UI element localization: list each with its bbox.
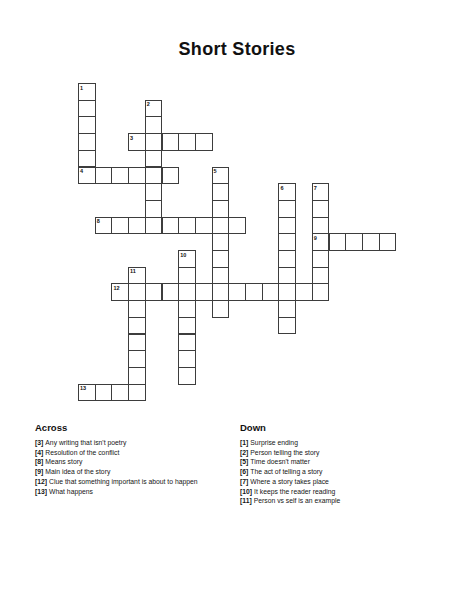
grid-cell[interactable]: [178, 317, 196, 335]
clue-item: [13]What happens: [35, 487, 198, 497]
clue-text: Resolution of the conflict: [45, 449, 119, 456]
clue-item: [1]Surprise ending: [240, 438, 340, 448]
grid-cell[interactable]: [195, 217, 213, 235]
grid-cell[interactable]: 11: [128, 267, 146, 285]
cell-number: 4: [80, 168, 83, 174]
grid-cell[interactable]: [278, 233, 296, 251]
grid-cell[interactable]: [128, 217, 146, 235]
grid-cell[interactable]: [178, 367, 196, 385]
down-clues-section: Down [1]Surprise ending[2]Person telling…: [240, 423, 340, 506]
cell-number: 10: [180, 252, 186, 258]
clue-text: Surprise ending: [250, 439, 298, 446]
grid-cell[interactable]: [195, 133, 213, 151]
grid-cell[interactable]: [145, 200, 163, 218]
cell-number: 9: [314, 235, 317, 241]
grid-cell[interactable]: [128, 350, 146, 368]
clue-number: [3]: [35, 439, 43, 446]
grid-cell[interactable]: [312, 267, 330, 285]
grid-cell[interactable]: [245, 283, 263, 301]
clue-item: [8]Means story: [35, 457, 198, 467]
grid-cell[interactable]: [78, 100, 96, 118]
grid-cell[interactable]: [128, 317, 146, 335]
grid-cell[interactable]: [78, 116, 96, 134]
grid-cell[interactable]: 9: [312, 233, 330, 251]
grid-cell[interactable]: [162, 283, 180, 301]
clue-item: [10]It keeps the reader reading: [240, 487, 340, 497]
grid-cell[interactable]: [145, 183, 163, 201]
clue-item: [9]Main idea of the story: [35, 467, 198, 477]
clue-text: Means story: [45, 458, 82, 465]
clue-text: Person vs self is an example: [254, 497, 341, 504]
grid-cell[interactable]: [295, 283, 313, 301]
grid-cell[interactable]: [212, 250, 230, 268]
grid-cell[interactable]: [178, 133, 196, 151]
grid-cell[interactable]: [111, 217, 129, 235]
grid-cell[interactable]: [262, 283, 280, 301]
grid-cell[interactable]: [312, 283, 330, 301]
clue-text: Person telling the story: [250, 449, 319, 456]
cell-number: 13: [80, 385, 86, 391]
cell-number: 12: [113, 285, 119, 291]
grid-cell[interactable]: 5: [212, 167, 230, 185]
grid-cell[interactable]: [312, 217, 330, 235]
grid-cell[interactable]: [329, 233, 347, 251]
clue-text: Main idea of the story: [45, 468, 110, 475]
clue-text: The act of telling a story: [250, 468, 322, 475]
clue-text: Time doesn't matter: [250, 458, 310, 465]
grid-cell[interactable]: [278, 250, 296, 268]
cell-number: 5: [214, 168, 217, 174]
clue-item: [12]Clue that something important is abo…: [35, 477, 198, 487]
across-header: Across: [35, 423, 198, 433]
grid-cell[interactable]: [212, 200, 230, 218]
clue-number: [13]: [35, 488, 47, 495]
clue-number: [6]: [240, 468, 248, 475]
grid-cell[interactable]: [78, 150, 96, 168]
clue-text: It keeps the reader reading: [254, 488, 335, 495]
grid-cell[interactable]: [128, 334, 146, 352]
cell-number: 8: [97, 218, 100, 224]
clue-number: [2]: [240, 449, 248, 456]
grid-cell[interactable]: [95, 167, 113, 185]
clue-text: What happens: [49, 488, 93, 495]
grid-cell[interactable]: 2: [145, 100, 163, 118]
clue-item: [7]Where a story takes place: [240, 477, 340, 487]
grid-cell[interactable]: [278, 217, 296, 235]
grid-cell[interactable]: [128, 384, 146, 402]
grid-cell[interactable]: [128, 283, 146, 301]
grid-cell[interactable]: [111, 384, 129, 402]
grid-cell[interactable]: [312, 200, 330, 218]
grid-cell[interactable]: [379, 233, 397, 251]
grid-cell[interactable]: [178, 217, 196, 235]
grid-cell[interactable]: [278, 200, 296, 218]
grid-cell[interactable]: 3: [128, 133, 146, 151]
down-header: Down: [240, 423, 340, 433]
clue-number: [10]: [240, 488, 252, 495]
cell-number: 6: [280, 185, 283, 191]
grid-cell[interactable]: [162, 167, 180, 185]
grid-cell[interactable]: [212, 233, 230, 251]
grid-cell[interactable]: 8: [95, 217, 113, 235]
clue-number: [7]: [240, 478, 248, 485]
clue-item: [11]Person vs self is an example: [240, 496, 340, 506]
grid-cell[interactable]: [278, 300, 296, 318]
clue-item: [6]The act of telling a story: [240, 467, 340, 477]
clue-number: [11]: [240, 497, 252, 504]
grid-cell[interactable]: [178, 334, 196, 352]
clue-number: [4]: [35, 449, 43, 456]
across-clue-list: [3]Any writing that isn't poetry[4]Resol…: [35, 438, 198, 496]
down-clue-list: [1]Surprise ending[2]Person telling the …: [240, 438, 340, 506]
across-clues-section: Across [3]Any writing that isn't poetry[…: [35, 423, 198, 496]
clue-item: [3]Any writing that isn't poetry: [35, 438, 198, 448]
grid-cell[interactable]: [78, 133, 96, 151]
cell-number: 7: [314, 185, 317, 191]
grid-cell[interactable]: [145, 133, 163, 151]
grid-cell[interactable]: [228, 217, 246, 235]
clue-item: [5]Time doesn't matter: [240, 457, 340, 467]
grid-cell[interactable]: [128, 167, 146, 185]
clue-number: [5]: [240, 458, 248, 465]
grid-cell[interactable]: [212, 267, 230, 285]
grid-cell[interactable]: 7: [312, 183, 330, 201]
cell-number: 3: [130, 135, 133, 141]
grid-cell[interactable]: [145, 283, 163, 301]
grid-cell[interactable]: 10: [178, 250, 196, 268]
grid-cell[interactable]: [95, 384, 113, 402]
clue-item: [2]Person telling the story: [240, 448, 340, 458]
grid-cell[interactable]: [195, 283, 213, 301]
worksheet-page: Short Stories 12345678910111213 Across […: [0, 0, 474, 613]
grid-cell[interactable]: [212, 300, 230, 318]
cell-number: 2: [147, 101, 150, 107]
grid-cell[interactable]: [212, 217, 230, 235]
grid-cell[interactable]: [178, 283, 196, 301]
grid-cell[interactable]: [278, 267, 296, 285]
grid-cell[interactable]: [145, 167, 163, 185]
clue-number: [12]: [35, 478, 47, 485]
grid-cell[interactable]: [212, 283, 230, 301]
clue-number: [1]: [240, 439, 248, 446]
clue-text: Any writing that isn't poetry: [45, 439, 126, 446]
grid-cell[interactable]: 4: [78, 167, 96, 185]
grid-cell[interactable]: [128, 300, 146, 318]
grid-cell[interactable]: [178, 350, 196, 368]
puzzle-title: Short Stories: [0, 39, 474, 60]
crossword-grid: 12345678910111213: [78, 83, 397, 402]
grid-cell[interactable]: [278, 283, 296, 301]
grid-cell[interactable]: [111, 167, 129, 185]
grid-cell[interactable]: [162, 217, 180, 235]
grid-cell[interactable]: [362, 233, 380, 251]
clue-number: [9]: [35, 468, 43, 475]
cell-number: 1: [80, 85, 83, 91]
grid-cell[interactable]: [178, 300, 196, 318]
grid-cell[interactable]: [178, 267, 196, 285]
grid-cell[interactable]: [212, 183, 230, 201]
grid-cell[interactable]: 1: [78, 83, 96, 101]
grid-cell[interactable]: [162, 133, 180, 151]
grid-cell[interactable]: 6: [278, 183, 296, 201]
grid-cell[interactable]: [312, 250, 330, 268]
clue-text: Clue that something important is about t…: [49, 478, 198, 485]
clue-number: [8]: [35, 458, 43, 465]
grid-cell[interactable]: 13: [78, 384, 96, 402]
cell-number: 11: [130, 268, 136, 274]
grid-cell[interactable]: [128, 367, 146, 385]
clue-text: Where a story takes place: [250, 478, 329, 485]
clue-item: [4]Resolution of the conflict: [35, 448, 198, 458]
grid-cell[interactable]: [145, 150, 163, 168]
grid-cell[interactable]: 12: [111, 283, 129, 301]
grid-cell[interactable]: [145, 116, 163, 134]
grid-cell[interactable]: [228, 283, 246, 301]
grid-cell[interactable]: [345, 233, 363, 251]
grid-cell[interactable]: [145, 217, 163, 235]
grid-cell[interactable]: [278, 317, 296, 335]
